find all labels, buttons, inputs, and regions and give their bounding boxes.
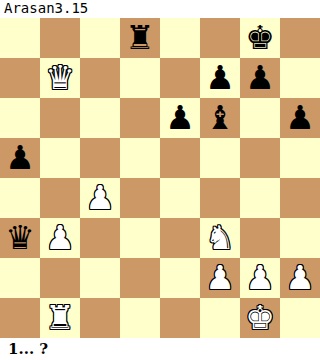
square-e8[interactable] bbox=[160, 18, 200, 58]
move-prompt: 1... ? bbox=[0, 338, 320, 360]
square-a1[interactable] bbox=[0, 298, 40, 338]
square-a5[interactable]: ♟ bbox=[0, 138, 40, 178]
square-e1[interactable] bbox=[160, 298, 200, 338]
square-c2[interactable] bbox=[80, 258, 120, 298]
square-c4[interactable]: ♟ bbox=[80, 178, 120, 218]
square-c5[interactable] bbox=[80, 138, 120, 178]
square-g8[interactable]: ♚ bbox=[240, 18, 280, 58]
square-b4[interactable] bbox=[40, 178, 80, 218]
square-h8[interactable] bbox=[280, 18, 320, 58]
piece-black-pawn: ♟ bbox=[280, 98, 320, 138]
square-f3[interactable]: ♞ bbox=[200, 218, 240, 258]
square-f6[interactable]: ♝ bbox=[200, 98, 240, 138]
piece-white-pawn: ♟ bbox=[280, 258, 320, 298]
square-f5[interactable] bbox=[200, 138, 240, 178]
square-b3[interactable]: ♟ bbox=[40, 218, 80, 258]
square-c6[interactable] bbox=[80, 98, 120, 138]
square-d3[interactable] bbox=[120, 218, 160, 258]
piece-white-rook: ♜ bbox=[40, 298, 80, 338]
square-b1[interactable]: ♜ bbox=[40, 298, 80, 338]
square-a6[interactable] bbox=[0, 98, 40, 138]
square-c7[interactable] bbox=[80, 58, 120, 98]
square-d7[interactable] bbox=[120, 58, 160, 98]
square-g6[interactable] bbox=[240, 98, 280, 138]
square-h1[interactable] bbox=[280, 298, 320, 338]
square-f1[interactable] bbox=[200, 298, 240, 338]
square-g4[interactable] bbox=[240, 178, 280, 218]
square-d2[interactable] bbox=[120, 258, 160, 298]
chess-board: ♜♚♛♟♟♟♝♟♟♟♛♟♞♟♟♟♜♚ bbox=[0, 18, 320, 338]
square-b5[interactable] bbox=[40, 138, 80, 178]
square-c8[interactable] bbox=[80, 18, 120, 58]
square-a3[interactable]: ♛ bbox=[0, 218, 40, 258]
square-h7[interactable] bbox=[280, 58, 320, 98]
square-e2[interactable] bbox=[160, 258, 200, 298]
piece-black-bishop: ♝ bbox=[200, 98, 240, 138]
square-b7[interactable]: ♛ bbox=[40, 58, 80, 98]
square-g7[interactable]: ♟ bbox=[240, 58, 280, 98]
piece-black-pawn: ♟ bbox=[200, 58, 240, 98]
square-e6[interactable]: ♟ bbox=[160, 98, 200, 138]
square-b6[interactable] bbox=[40, 98, 80, 138]
piece-white-pawn: ♟ bbox=[40, 218, 80, 258]
piece-white-pawn: ♟ bbox=[80, 178, 120, 218]
piece-white-knight: ♞ bbox=[200, 218, 240, 258]
square-h5[interactable] bbox=[280, 138, 320, 178]
piece-white-king: ♚ bbox=[240, 298, 280, 338]
square-c3[interactable] bbox=[80, 218, 120, 258]
piece-black-rook: ♜ bbox=[120, 18, 160, 58]
square-a4[interactable] bbox=[0, 178, 40, 218]
piece-black-king: ♚ bbox=[240, 18, 280, 58]
square-g5[interactable] bbox=[240, 138, 280, 178]
square-d5[interactable] bbox=[120, 138, 160, 178]
square-g2[interactable]: ♟ bbox=[240, 258, 280, 298]
square-e7[interactable] bbox=[160, 58, 200, 98]
square-b8[interactable] bbox=[40, 18, 80, 58]
square-c1[interactable] bbox=[80, 298, 120, 338]
piece-white-pawn: ♟ bbox=[200, 258, 240, 298]
square-d6[interactable] bbox=[120, 98, 160, 138]
square-d8[interactable]: ♜ bbox=[120, 18, 160, 58]
piece-black-pawn: ♟ bbox=[0, 138, 40, 178]
chess-app-window: Arasan3.15 ♜♚♛♟♟♟♝♟♟♟♛♟♞♟♟♟♜♚ 1... ? bbox=[0, 0, 320, 360]
window-title: Arasan3.15 bbox=[0, 0, 320, 18]
square-d1[interactable] bbox=[120, 298, 160, 338]
square-g1[interactable]: ♚ bbox=[240, 298, 280, 338]
square-h4[interactable] bbox=[280, 178, 320, 218]
square-h6[interactable]: ♟ bbox=[280, 98, 320, 138]
square-f8[interactable] bbox=[200, 18, 240, 58]
square-f4[interactable] bbox=[200, 178, 240, 218]
square-f2[interactable]: ♟ bbox=[200, 258, 240, 298]
square-a2[interactable] bbox=[0, 258, 40, 298]
piece-white-pawn: ♟ bbox=[240, 258, 280, 298]
square-d4[interactable] bbox=[120, 178, 160, 218]
square-a8[interactable] bbox=[0, 18, 40, 58]
square-b2[interactable] bbox=[40, 258, 80, 298]
piece-black-pawn: ♟ bbox=[240, 58, 280, 98]
square-h2[interactable]: ♟ bbox=[280, 258, 320, 298]
square-h3[interactable] bbox=[280, 218, 320, 258]
square-e5[interactable] bbox=[160, 138, 200, 178]
square-e3[interactable] bbox=[160, 218, 200, 258]
square-e4[interactable] bbox=[160, 178, 200, 218]
square-g3[interactable] bbox=[240, 218, 280, 258]
piece-white-queen: ♛ bbox=[40, 58, 80, 98]
piece-black-queen: ♛ bbox=[0, 218, 40, 258]
piece-black-pawn: ♟ bbox=[160, 98, 200, 138]
square-f7[interactable]: ♟ bbox=[200, 58, 240, 98]
square-a7[interactable] bbox=[0, 58, 40, 98]
